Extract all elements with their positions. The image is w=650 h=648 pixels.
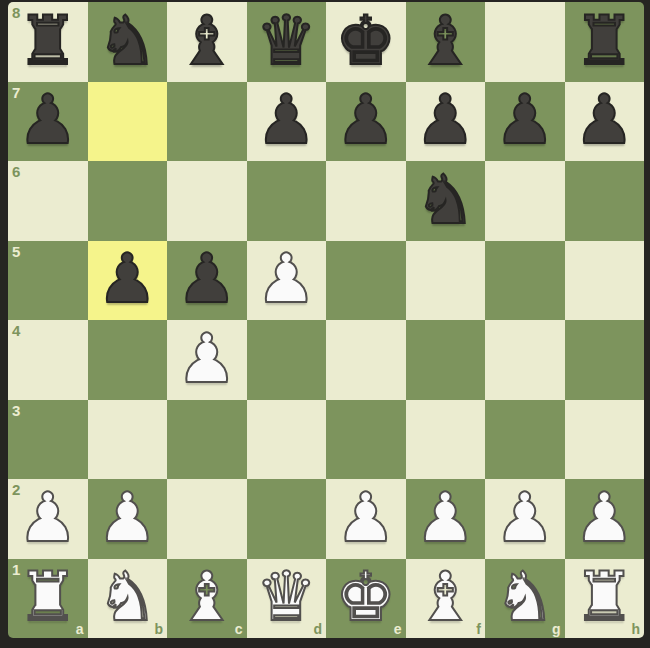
square-d6[interactable] — [247, 161, 327, 241]
square-a8[interactable]: 8♜ — [8, 2, 88, 82]
square-g1[interactable]: g♞ — [485, 559, 565, 639]
square-b7[interactable] — [88, 82, 168, 162]
square-f2[interactable]: ♟ — [406, 479, 486, 559]
square-b4[interactable] — [88, 320, 168, 400]
square-b3[interactable] — [88, 400, 168, 480]
piece-black-king[interactable]: ♚ — [335, 7, 396, 75]
square-e1[interactable]: e♚ — [326, 559, 406, 639]
square-a4[interactable]: 4 — [8, 320, 88, 400]
piece-black-pawn[interactable]: ♟ — [494, 86, 555, 154]
square-a2[interactable]: 2♟ — [8, 479, 88, 559]
square-c5[interactable]: ♟ — [167, 241, 247, 321]
square-g3[interactable] — [485, 400, 565, 480]
square-d5[interactable]: ♟ — [247, 241, 327, 321]
square-c7[interactable] — [167, 82, 247, 162]
piece-white-pawn[interactable]: ♟ — [335, 484, 396, 552]
square-e4[interactable] — [326, 320, 406, 400]
square-b8[interactable]: ♞ — [88, 2, 168, 82]
piece-white-pawn[interactable]: ♟ — [574, 484, 635, 552]
square-a7[interactable]: 7♟ — [8, 82, 88, 162]
square-d3[interactable] — [247, 400, 327, 480]
piece-white-bishop[interactable]: ♝ — [415, 563, 476, 631]
square-d7[interactable]: ♟ — [247, 82, 327, 162]
square-a5[interactable]: 5 — [8, 241, 88, 321]
square-h8[interactable]: ♜ — [565, 2, 645, 82]
square-b5[interactable]: ♟ — [88, 241, 168, 321]
square-f8[interactable]: ♝ — [406, 2, 486, 82]
piece-black-pawn[interactable]: ♟ — [415, 86, 476, 154]
piece-white-queen[interactable]: ♛ — [256, 563, 317, 631]
square-h3[interactable] — [565, 400, 645, 480]
square-f3[interactable] — [406, 400, 486, 480]
square-c1[interactable]: c♝ — [167, 559, 247, 639]
piece-white-pawn[interactable]: ♟ — [256, 245, 317, 313]
square-d4[interactable] — [247, 320, 327, 400]
square-e3[interactable] — [326, 400, 406, 480]
square-f5[interactable] — [406, 241, 486, 321]
square-h2[interactable]: ♟ — [565, 479, 645, 559]
square-h7[interactable]: ♟ — [565, 82, 645, 162]
piece-black-knight[interactable]: ♞ — [97, 7, 158, 75]
square-h4[interactable] — [565, 320, 645, 400]
square-f7[interactable]: ♟ — [406, 82, 486, 162]
piece-white-bishop[interactable]: ♝ — [176, 563, 237, 631]
piece-white-rook[interactable]: ♜ — [17, 563, 78, 631]
square-g8[interactable] — [485, 2, 565, 82]
square-d8[interactable]: ♛ — [247, 2, 327, 82]
file-label-f: f — [476, 622, 481, 636]
square-b2[interactable]: ♟ — [88, 479, 168, 559]
piece-white-pawn[interactable]: ♟ — [415, 484, 476, 552]
piece-black-pawn[interactable]: ♟ — [574, 86, 635, 154]
square-c4[interactable]: ♟ — [167, 320, 247, 400]
square-f6[interactable]: ♞ — [406, 161, 486, 241]
square-e5[interactable] — [326, 241, 406, 321]
square-g6[interactable] — [485, 161, 565, 241]
square-e8[interactable]: ♚ — [326, 2, 406, 82]
square-a1[interactable]: 1a♜ — [8, 559, 88, 639]
piece-black-bishop[interactable]: ♝ — [415, 7, 476, 75]
square-b1[interactable]: b♞ — [88, 559, 168, 639]
chess-board: 8♜♞♝♛♚♝♜7♟♟♟♟♟♟6♞5♟♟♟4♟32♟♟♟♟♟♟1a♜b♞c♝d♛… — [8, 2, 644, 638]
piece-black-rook[interactable]: ♜ — [574, 7, 635, 75]
square-g4[interactable] — [485, 320, 565, 400]
piece-white-rook[interactable]: ♜ — [574, 563, 635, 631]
piece-white-pawn[interactable]: ♟ — [97, 484, 158, 552]
square-g5[interactable] — [485, 241, 565, 321]
piece-black-pawn[interactable]: ♟ — [256, 86, 317, 154]
piece-white-knight[interactable]: ♞ — [494, 563, 555, 631]
square-h5[interactable] — [565, 241, 645, 321]
square-c8[interactable]: ♝ — [167, 2, 247, 82]
square-h1[interactable]: h♜ — [565, 559, 645, 639]
rank-label-3: 3 — [12, 403, 20, 418]
square-d1[interactable]: d♛ — [247, 559, 327, 639]
square-c3[interactable] — [167, 400, 247, 480]
piece-black-pawn[interactable]: ♟ — [17, 86, 78, 154]
piece-white-knight[interactable]: ♞ — [97, 563, 158, 631]
square-h6[interactable] — [565, 161, 645, 241]
square-d2[interactable] — [247, 479, 327, 559]
piece-white-king[interactable]: ♚ — [335, 563, 396, 631]
piece-black-pawn[interactable]: ♟ — [97, 245, 158, 313]
rank-label-6: 6 — [12, 164, 20, 179]
square-b6[interactable] — [88, 161, 168, 241]
board-frame: 8♜♞♝♛♚♝♜7♟♟♟♟♟♟6♞5♟♟♟4♟32♟♟♟♟♟♟1a♜b♞c♝d♛… — [0, 0, 650, 648]
square-g7[interactable]: ♟ — [485, 82, 565, 162]
piece-black-knight[interactable]: ♞ — [415, 166, 476, 234]
square-c2[interactable] — [167, 479, 247, 559]
square-e6[interactable] — [326, 161, 406, 241]
piece-black-rook[interactable]: ♜ — [17, 7, 78, 75]
piece-white-pawn[interactable]: ♟ — [17, 484, 78, 552]
piece-white-pawn[interactable]: ♟ — [494, 484, 555, 552]
square-a3[interactable]: 3 — [8, 400, 88, 480]
rank-label-5: 5 — [12, 244, 20, 259]
square-c6[interactable] — [167, 161, 247, 241]
piece-white-pawn[interactable]: ♟ — [176, 325, 237, 393]
square-g2[interactable]: ♟ — [485, 479, 565, 559]
piece-black-bishop[interactable]: ♝ — [176, 7, 237, 75]
piece-black-queen[interactable]: ♛ — [256, 7, 317, 75]
square-e7[interactable]: ♟ — [326, 82, 406, 162]
piece-black-pawn[interactable]: ♟ — [176, 245, 237, 313]
square-a6[interactable]: 6 — [8, 161, 88, 241]
rank-label-4: 4 — [12, 323, 20, 338]
piece-black-pawn[interactable]: ♟ — [335, 86, 396, 154]
square-f4[interactable] — [406, 320, 486, 400]
square-e2[interactable]: ♟ — [326, 479, 406, 559]
square-f1[interactable]: f♝ — [406, 559, 486, 639]
